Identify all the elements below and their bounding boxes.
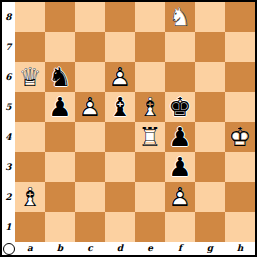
- white-king-glyph: ♚: [225, 122, 255, 152]
- black-bishop-glyph: ♝: [105, 92, 135, 122]
- square-c1[interactable]: [75, 212, 105, 242]
- white-bishop-outline-glyph: ♗: [15, 182, 45, 212]
- square-f7[interactable]: [165, 32, 195, 62]
- square-d1[interactable]: [105, 212, 135, 242]
- white-pawn-outline-glyph: ♙: [105, 62, 135, 92]
- white-pawn-outline-glyph: ♙: [75, 92, 105, 122]
- white-bishop-outline-glyph: ♗: [135, 92, 165, 122]
- square-e7[interactable]: [135, 32, 165, 62]
- white-bishop[interactable]: ♝♗: [135, 92, 165, 122]
- square-d3[interactable]: [105, 152, 135, 182]
- white-bishop[interactable]: ♝♗: [15, 182, 45, 212]
- square-d2[interactable]: [105, 182, 135, 212]
- square-g1[interactable]: [195, 212, 225, 242]
- file-label-a: a: [15, 242, 45, 255]
- square-e6[interactable]: [135, 62, 165, 92]
- square-e8[interactable]: [135, 2, 165, 32]
- file-label-b: b: [45, 242, 75, 255]
- black-knight-glyph: ♞: [45, 62, 75, 92]
- square-e1[interactable]: [135, 212, 165, 242]
- rank-label-2: 2: [2, 182, 15, 212]
- chess-diagram: ♞♘♛♕♞♟♙♟♟♙♝♝♗♚♜♖♟♚♔♟♝♗♟♙ 87654321 abcdef…: [0, 0, 257, 257]
- rank-label-8: 8: [2, 2, 15, 32]
- white-knight-glyph: ♞: [165, 2, 195, 32]
- file-label-h: h: [225, 242, 255, 255]
- square-f2[interactable]: ♟♙: [165, 182, 195, 212]
- white-king-outline-glyph: ♔: [225, 122, 255, 152]
- square-b2[interactable]: [45, 182, 75, 212]
- square-e4[interactable]: ♜♖: [135, 122, 165, 152]
- square-a6[interactable]: ♛♕: [15, 62, 45, 92]
- square-b8[interactable]: [45, 2, 75, 32]
- white-to-move-indicator: [3, 243, 15, 255]
- square-h2[interactable]: [225, 182, 255, 212]
- square-a5[interactable]: [15, 92, 45, 122]
- white-pawn[interactable]: ♟♙: [165, 182, 195, 212]
- square-g4[interactable]: [195, 122, 225, 152]
- black-pawn-glyph: ♟: [165, 122, 195, 152]
- square-c6[interactable]: [75, 62, 105, 92]
- white-pawn[interactable]: ♟♙: [105, 62, 135, 92]
- rank-label-3: 3: [2, 152, 15, 182]
- white-queen-glyph: ♛: [15, 62, 45, 92]
- file-label-d: d: [105, 242, 135, 255]
- square-d7[interactable]: [105, 32, 135, 62]
- rank-label-1: 1: [2, 212, 15, 242]
- square-e2[interactable]: [135, 182, 165, 212]
- square-d4[interactable]: [105, 122, 135, 152]
- square-g5[interactable]: [195, 92, 225, 122]
- white-rook[interactable]: ♜♖: [135, 122, 165, 152]
- square-c5[interactable]: ♟♙: [75, 92, 105, 122]
- square-c7[interactable]: [75, 32, 105, 62]
- square-b5[interactable]: ♟: [45, 92, 75, 122]
- square-b6[interactable]: ♞: [45, 62, 75, 92]
- black-pawn-glyph: ♟: [165, 152, 195, 182]
- square-a1[interactable]: [15, 212, 45, 242]
- square-f8[interactable]: ♞♘: [165, 2, 195, 32]
- square-g2[interactable]: [195, 182, 225, 212]
- white-rook-glyph: ♜: [135, 122, 165, 152]
- black-pawn[interactable]: ♟: [165, 152, 195, 182]
- square-a7[interactable]: [15, 32, 45, 62]
- square-b3[interactable]: [45, 152, 75, 182]
- black-pawn[interactable]: ♟: [45, 92, 75, 122]
- white-pawn-glyph: ♟: [75, 92, 105, 122]
- square-h4[interactable]: ♚♔: [225, 122, 255, 152]
- square-e5[interactable]: ♝♗: [135, 92, 165, 122]
- rank-label-5: 5: [2, 92, 15, 122]
- square-h7[interactable]: [225, 32, 255, 62]
- square-c2[interactable]: [75, 182, 105, 212]
- square-d5[interactable]: ♝: [105, 92, 135, 122]
- square-c4[interactable]: [75, 122, 105, 152]
- square-c8[interactable]: [75, 2, 105, 32]
- file-label-c: c: [75, 242, 105, 255]
- square-f6[interactable]: [165, 62, 195, 92]
- square-g8[interactable]: [195, 2, 225, 32]
- black-bishop[interactable]: ♝: [105, 92, 135, 122]
- square-c3[interactable]: [75, 152, 105, 182]
- square-a3[interactable]: [15, 152, 45, 182]
- square-d8[interactable]: [105, 2, 135, 32]
- white-knight-outline-glyph: ♘: [165, 2, 195, 32]
- square-g7[interactable]: [195, 32, 225, 62]
- rank-label-6: 6: [2, 62, 15, 92]
- square-f3[interactable]: ♟: [165, 152, 195, 182]
- white-rook-outline-glyph: ♖: [135, 122, 165, 152]
- chess-board: ♞♘♛♕♞♟♙♟♟♙♝♝♗♚♜♖♟♚♔♟♝♗♟♙: [15, 2, 255, 242]
- white-king[interactable]: ♚♔: [225, 122, 255, 152]
- square-e3[interactable]: [135, 152, 165, 182]
- square-h6[interactable]: [225, 62, 255, 92]
- white-pawn-outline-glyph: ♙: [165, 182, 195, 212]
- square-h1[interactable]: [225, 212, 255, 242]
- square-h5[interactable]: [225, 92, 255, 122]
- black-pawn-glyph: ♟: [45, 92, 75, 122]
- square-h8[interactable]: [225, 2, 255, 32]
- file-label-e: e: [135, 242, 165, 255]
- white-pawn[interactable]: ♟♙: [75, 92, 105, 122]
- square-b4[interactable]: [45, 122, 75, 152]
- square-a2[interactable]: ♝♗: [15, 182, 45, 212]
- white-queen[interactable]: ♛♕: [15, 62, 45, 92]
- square-h3[interactable]: [225, 152, 255, 182]
- white-queen-outline-glyph: ♕: [15, 62, 45, 92]
- square-a4[interactable]: [15, 122, 45, 152]
- square-b7[interactable]: [45, 32, 75, 62]
- square-g3[interactable]: [195, 152, 225, 182]
- white-bishop-glyph: ♝: [135, 92, 165, 122]
- square-d6[interactable]: ♟♙: [105, 62, 135, 92]
- square-a8[interactable]: [15, 2, 45, 32]
- file-label-f: f: [165, 242, 195, 255]
- black-king-glyph: ♚: [165, 92, 195, 122]
- black-king[interactable]: ♚: [165, 92, 195, 122]
- white-pawn-glyph: ♟: [105, 62, 135, 92]
- white-bishop-glyph: ♝: [15, 182, 45, 212]
- white-pawn-glyph: ♟: [165, 182, 195, 212]
- black-knight[interactable]: ♞: [45, 62, 75, 92]
- square-f5[interactable]: ♚: [165, 92, 195, 122]
- square-g6[interactable]: [195, 62, 225, 92]
- square-f4[interactable]: ♟: [165, 122, 195, 152]
- square-f1[interactable]: [165, 212, 195, 242]
- white-knight[interactable]: ♞♘: [165, 2, 195, 32]
- square-b1[interactable]: [45, 212, 75, 242]
- black-pawn[interactable]: ♟: [165, 122, 195, 152]
- rank-label-4: 4: [2, 122, 15, 152]
- rank-label-7: 7: [2, 32, 15, 62]
- file-label-g: g: [195, 242, 225, 255]
